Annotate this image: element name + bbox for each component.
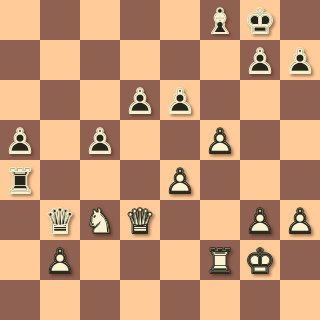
square-c2[interactable] <box>80 240 120 280</box>
square-g8[interactable]: ♚♔ <box>240 0 280 40</box>
square-h8[interactable] <box>280 0 320 40</box>
square-a8[interactable] <box>0 0 40 40</box>
svg-text:♙: ♙ <box>165 81 195 120</box>
piece-white-pawn[interactable]: ♟♙ <box>240 200 280 240</box>
square-e7[interactable] <box>160 40 200 80</box>
piece-white-knight[interactable]: ♞♘ <box>80 200 120 240</box>
svg-text:♙: ♙ <box>285 41 315 80</box>
square-h4[interactable] <box>280 160 320 200</box>
square-b3[interactable]: ♛♕ <box>40 200 80 240</box>
square-a3[interactable] <box>0 200 40 240</box>
svg-text:♙: ♙ <box>285 201 315 240</box>
piece-black-queen[interactable]: ♛♕ <box>40 200 80 240</box>
piece-black-pawn[interactable]: ♟♙ <box>240 40 280 80</box>
square-e5[interactable] <box>160 120 200 160</box>
square-g1[interactable] <box>240 280 280 320</box>
square-c1[interactable] <box>80 280 120 320</box>
square-e1[interactable] <box>160 280 200 320</box>
square-a6[interactable] <box>0 80 40 120</box>
square-h5[interactable] <box>280 120 320 160</box>
square-f1[interactable] <box>200 280 240 320</box>
square-d6[interactable]: ♟♙ <box>120 80 160 120</box>
square-g4[interactable] <box>240 160 280 200</box>
svg-text:♙: ♙ <box>165 161 195 200</box>
square-e8[interactable] <box>160 0 200 40</box>
piece-white-rook[interactable]: ♜♖ <box>200 240 240 280</box>
svg-text:♖: ♖ <box>5 161 35 200</box>
square-d2[interactable] <box>120 240 160 280</box>
piece-black-pawn[interactable]: ♟♙ <box>160 80 200 120</box>
square-d8[interactable] <box>120 0 160 40</box>
svg-text:♔: ♔ <box>245 1 275 40</box>
chess-board: ♝♗♚♔♟♙♟♙♟♙♟♙♟♙♟♙♟♙♜♖♟♙♛♕♞♘♛♕♟♙♟♙♟♙♜♖♚♔ <box>0 0 320 320</box>
square-a4[interactable]: ♜♖ <box>0 160 40 200</box>
square-h6[interactable] <box>280 80 320 120</box>
square-h3[interactable]: ♟♙ <box>280 200 320 240</box>
square-f6[interactable] <box>200 80 240 120</box>
square-h2[interactable] <box>280 240 320 280</box>
svg-text:♕: ♕ <box>125 201 155 240</box>
svg-text:♗: ♗ <box>205 1 235 40</box>
square-g5[interactable] <box>240 120 280 160</box>
svg-text:♘: ♘ <box>85 201 115 240</box>
square-f8[interactable]: ♝♗ <box>200 0 240 40</box>
square-a1[interactable] <box>0 280 40 320</box>
svg-text:♙: ♙ <box>125 81 155 120</box>
square-e6[interactable]: ♟♙ <box>160 80 200 120</box>
piece-black-bishop[interactable]: ♝♗ <box>200 0 240 40</box>
svg-text:♙: ♙ <box>85 121 115 160</box>
square-b6[interactable] <box>40 80 80 120</box>
square-d4[interactable] <box>120 160 160 200</box>
svg-text:♙: ♙ <box>245 41 275 80</box>
square-b2[interactable]: ♟♙ <box>40 240 80 280</box>
square-f7[interactable] <box>200 40 240 80</box>
svg-text:♖: ♖ <box>205 241 235 280</box>
svg-text:♔: ♔ <box>245 241 275 280</box>
piece-white-pawn[interactable]: ♟♙ <box>280 200 320 240</box>
piece-white-pawn[interactable]: ♟♙ <box>40 240 80 280</box>
square-d7[interactable] <box>120 40 160 80</box>
square-b8[interactable] <box>40 0 80 40</box>
piece-black-pawn[interactable]: ♟♙ <box>280 40 320 80</box>
square-h7[interactable]: ♟♙ <box>280 40 320 80</box>
square-b5[interactable] <box>40 120 80 160</box>
piece-black-pawn[interactable]: ♟♙ <box>120 80 160 120</box>
piece-black-pawn[interactable]: ♟♙ <box>80 120 120 160</box>
square-b1[interactable] <box>40 280 80 320</box>
square-d5[interactable] <box>120 120 160 160</box>
piece-white-pawn[interactable]: ♟♙ <box>200 120 240 160</box>
square-g7[interactable]: ♟♙ <box>240 40 280 80</box>
svg-text:♙: ♙ <box>45 241 75 280</box>
square-c7[interactable] <box>80 40 120 80</box>
square-a7[interactable] <box>0 40 40 80</box>
square-f5[interactable]: ♟♙ <box>200 120 240 160</box>
piece-white-queen[interactable]: ♛♕ <box>120 200 160 240</box>
square-c4[interactable] <box>80 160 120 200</box>
svg-text:♕: ♕ <box>45 201 75 240</box>
piece-black-rook[interactable]: ♜♖ <box>0 160 40 200</box>
square-c6[interactable] <box>80 80 120 120</box>
square-h1[interactable] <box>280 280 320 320</box>
square-a5[interactable]: ♟♙ <box>0 120 40 160</box>
piece-white-king[interactable]: ♚♔ <box>240 240 280 280</box>
square-b7[interactable] <box>40 40 80 80</box>
svg-text:♙: ♙ <box>245 201 275 240</box>
square-c3[interactable]: ♞♘ <box>80 200 120 240</box>
square-e3[interactable] <box>160 200 200 240</box>
square-d1[interactable] <box>120 280 160 320</box>
square-a2[interactable] <box>0 240 40 280</box>
square-c8[interactable] <box>80 0 120 40</box>
square-g3[interactable]: ♟♙ <box>240 200 280 240</box>
square-b4[interactable] <box>40 160 80 200</box>
square-e2[interactable] <box>160 240 200 280</box>
piece-white-pawn[interactable]: ♟♙ <box>160 160 200 200</box>
piece-black-king[interactable]: ♚♔ <box>240 0 280 40</box>
square-c5[interactable]: ♟♙ <box>80 120 120 160</box>
piece-black-pawn[interactable]: ♟♙ <box>0 120 40 160</box>
svg-text:♙: ♙ <box>205 121 235 160</box>
svg-text:♙: ♙ <box>5 121 35 160</box>
square-g2[interactable]: ♚♔ <box>240 240 280 280</box>
square-e4[interactable]: ♟♙ <box>160 160 200 200</box>
square-g6[interactable] <box>240 80 280 120</box>
square-f4[interactable] <box>200 160 240 200</box>
square-f3[interactable] <box>200 200 240 240</box>
square-d3[interactable]: ♛♕ <box>120 200 160 240</box>
square-f2[interactable]: ♜♖ <box>200 240 240 280</box>
